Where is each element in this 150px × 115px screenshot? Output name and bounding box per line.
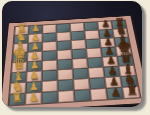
square-a6	[90, 88, 108, 100]
black-pawn-piece: ♟	[108, 76, 118, 87]
square-a7: ♟	[106, 87, 124, 99]
black-pawn-piece: ♟	[101, 19, 110, 29]
square-e6	[86, 48, 102, 58]
square-f4	[57, 40, 72, 50]
white-pawn-piece: ♟	[30, 32, 39, 42]
square-d5	[72, 58, 88, 69]
square-e5	[71, 49, 87, 59]
square-d6	[87, 57, 103, 68]
square-a8: ♜	[122, 86, 140, 98]
square-a3	[42, 91, 58, 103]
black-pawn-piece: ♟	[104, 46, 114, 57]
square-b4	[57, 79, 73, 91]
white-pawn-piece: ♟	[29, 60, 39, 71]
square-a4	[58, 90, 75, 102]
black-pawn-piece: ♟	[110, 87, 121, 99]
white-pawn-piece: ♟	[31, 24, 40, 34]
white-pawn-piece: ♟	[30, 50, 40, 61]
thumbnail-stage: ♜♟♟♜♞♟♟♞♝♟♟♝♚♟♟♚♛♟♟♛♝♟♟♝♞♟♟♞♜♟♟♜	[0, 0, 150, 115]
square-d2: ♟	[27, 61, 42, 72]
white-pawn-piece: ♟	[28, 92, 39, 104]
white-pawn-piece: ♟	[28, 81, 38, 92]
black-pawn-piece: ♟	[106, 55, 116, 66]
square-b6	[89, 77, 106, 89]
black-rook-piece: ♜	[125, 84, 138, 98]
square-e4	[57, 50, 72, 60]
square-c8: ♝	[119, 65, 136, 76]
square-e7: ♟	[101, 47, 117, 57]
white-pawn-piece: ♟	[29, 70, 39, 81]
perspective-scene: ♜♟♟♜♞♟♟♞♝♟♟♝♚♟♟♚♛♟♟♛♝♟♟♝♞♟♟♞♜♟♟♜	[2, 1, 142, 107]
white-rook-piece: ♜	[16, 23, 27, 35]
square-a5	[74, 89, 91, 101]
white-pawn-piece: ♟	[30, 41, 39, 51]
square-a2: ♟	[25, 92, 42, 104]
black-pawn-piece: ♟	[107, 65, 117, 76]
black-pawn-piece: ♟	[102, 28, 111, 38]
white-rook-piece: ♜	[10, 91, 23, 105]
chess-board: ♜♟♟♜♞♟♟♞♝♟♟♝♚♟♟♚♛♟♟♛♝♟♟♝♞♟♟♞♜♟♟♜	[2, 16, 142, 107]
square-b5	[73, 78, 90, 90]
square-d8: ♛	[117, 55, 134, 66]
square-a1: ♜	[9, 93, 26, 106]
chess-board-squares: ♜♟♟♜♞♟♟♞♝♟♟♝♚♟♟♚♛♟♟♛♝♟♟♝♞♟♟♞♜♟♟♜	[9, 20, 141, 106]
chess-photo: ♜♟♟♜♞♟♟♞♝♟♟♝♚♟♟♚♛♟♟♛♝♟♟♝♞♟♟♞♜♟♟♜	[2, 1, 142, 107]
black-rook-piece: ♜	[114, 17, 125, 29]
